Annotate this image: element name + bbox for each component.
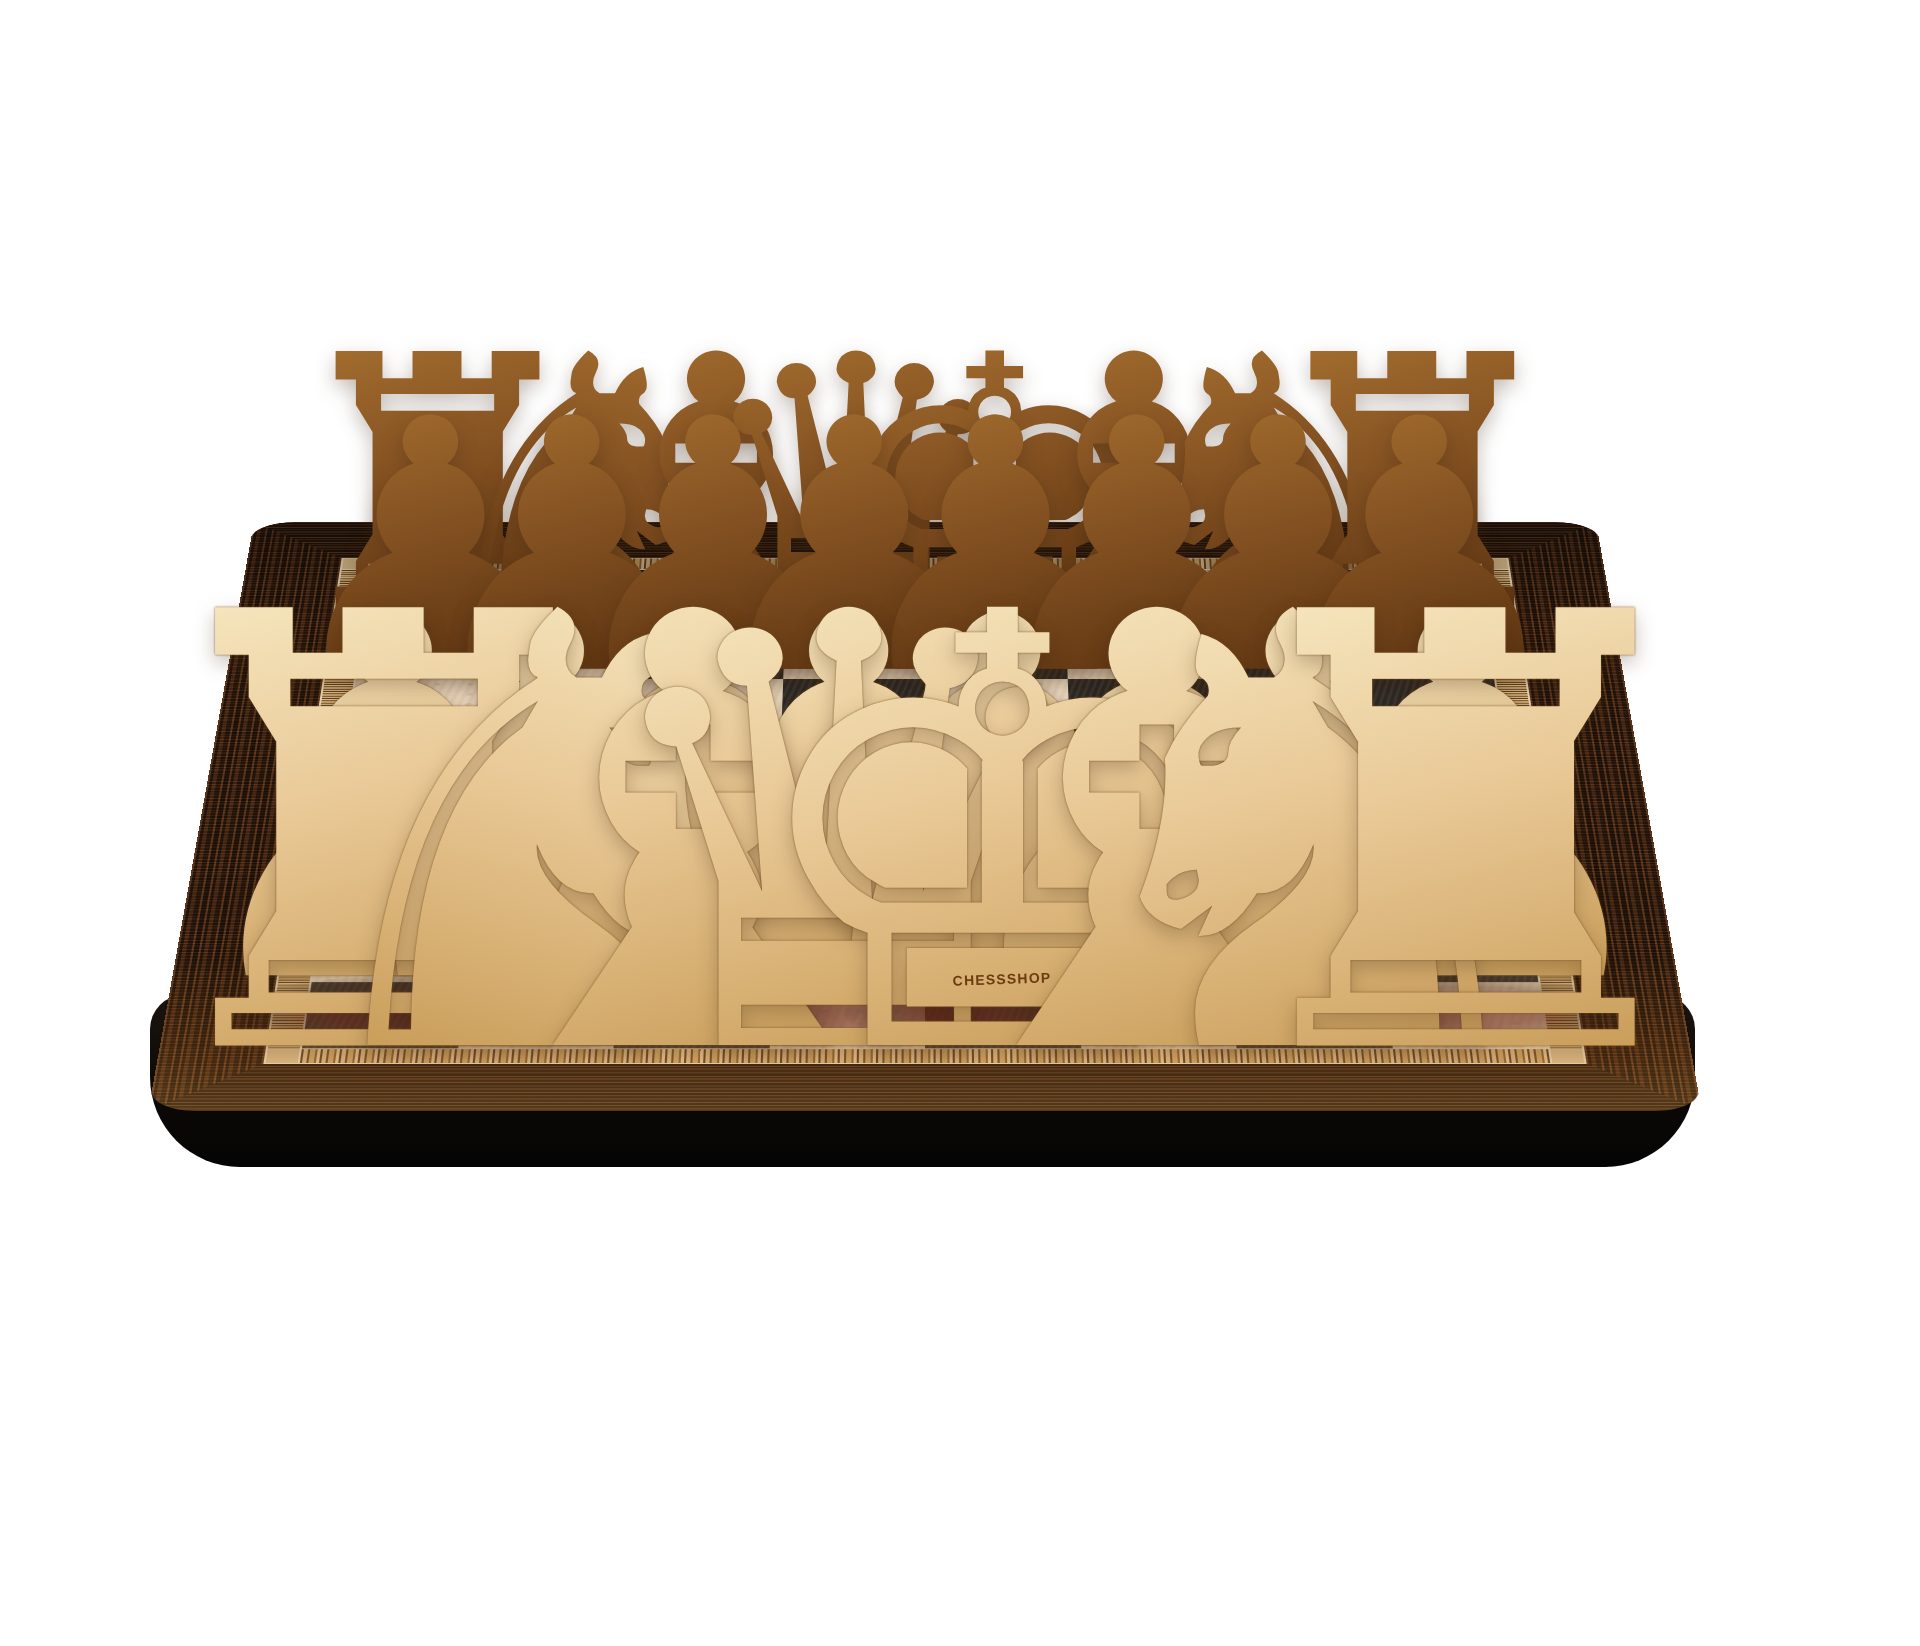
pieces-layer: CHESSSHOP ♜♞♝♛♚♝♞♜♟♟♟♟♟♟♟♟♟♟♟♟♟♟♟♟♜♞♝♛♚♝… [0,0,1920,1646]
chess-scene: CHESSSHOP ♜♞♝♛♚♝♞♜♟♟♟♟♟♟♟♟♟♟♟♟♟♟♟♟♜♞♝♛♚♝… [0,0,1920,1646]
piece-light-rook-h1[interactable]: ♜ [1197,538,1735,1138]
maker-inscription: CHESSSHOP [953,969,1052,988]
